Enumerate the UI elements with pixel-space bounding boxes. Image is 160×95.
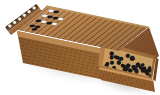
go-set-photo: ●●●●●●●●●●●●●●●●●●●●●●●●●●●●●●●●●●●●●●●●… (0, 0, 160, 95)
black-stone: ● (138, 64, 142, 68)
black-stone: ● (115, 55, 119, 60)
black-stone: ● (110, 60, 114, 65)
black-stone: ● (123, 65, 127, 70)
black-stone: ● (129, 56, 134, 61)
black-stone: ● (148, 66, 152, 70)
black-stone: ● (116, 60, 121, 65)
black-stone: ● (144, 69, 148, 74)
black-stone: ● (30, 28, 38, 32)
white-stone: ● (50, 22, 58, 26)
black-stone: ● (132, 67, 136, 72)
white-stone: ● (57, 17, 65, 21)
